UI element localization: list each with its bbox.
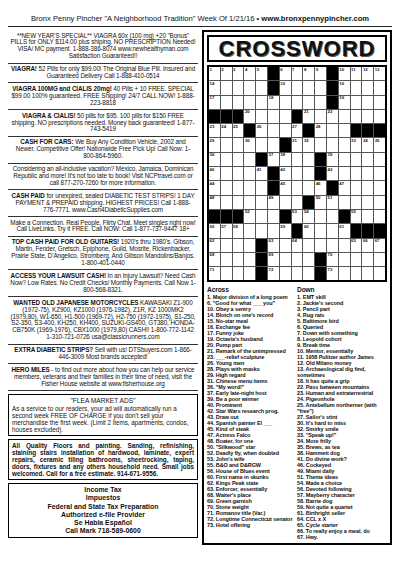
cell-r3c10 bbox=[315, 96, 326, 109]
cell-r15c8 bbox=[292, 267, 303, 280]
cell-r7c3 bbox=[233, 153, 244, 166]
black-cell-r10c9 bbox=[303, 196, 314, 209]
cell-r8c3 bbox=[233, 167, 244, 180]
cell-r8c12 bbox=[339, 167, 350, 180]
clue-number-62: 62 bbox=[210, 238, 215, 243]
cell-r5c1: 23 bbox=[209, 124, 220, 137]
classified-ad: Considering an all-inclusive vacation? M… bbox=[8, 164, 198, 191]
cell-r6c9: 32 bbox=[303, 138, 314, 151]
clue-number-50: 50 bbox=[316, 195, 321, 200]
cell-r12c3: 58 bbox=[233, 224, 244, 237]
income-tax-line: Se Habla Español bbox=[12, 519, 194, 527]
black-cell-r11c12 bbox=[339, 210, 350, 223]
cell-r3c4 bbox=[244, 96, 255, 109]
cell-r14c11: 70 bbox=[327, 253, 338, 266]
clue-number-57: 57 bbox=[221, 224, 226, 229]
cell-r13c9 bbox=[303, 239, 314, 252]
ad-lead: VIAGRA! bbox=[11, 65, 37, 72]
cell-r15c14 bbox=[362, 267, 373, 280]
flea-market-title: "FLEA MARKET ADS" bbox=[12, 397, 194, 404]
clue-number-8: 8 bbox=[304, 67, 306, 72]
cell-r8c14 bbox=[362, 167, 373, 180]
cell-r6c15: 35 bbox=[374, 138, 385, 151]
clue-number-1: 1 bbox=[210, 67, 212, 72]
cell-r4c10 bbox=[315, 110, 326, 123]
cell-r11c6 bbox=[268, 210, 279, 223]
flyer-page: Bronx Penny Pincher "A Neighborhood Trad… bbox=[0, 0, 400, 573]
crossword-clues: Across 1. Major division of a long poem6… bbox=[207, 286, 387, 540]
page-header: Bronx Penny Pincher "A Neighborhood Trad… bbox=[8, 4, 392, 27]
cell-r3c7 bbox=[280, 96, 291, 109]
flea-market-ads-box: "FLEA MARKET ADS"As a service to our rea… bbox=[8, 394, 198, 436]
cell-r14c13 bbox=[351, 253, 362, 266]
cell-r4c6 bbox=[268, 110, 279, 123]
cell-r12c1: 56 bbox=[209, 224, 220, 237]
clue-number-2: 2 bbox=[221, 67, 223, 72]
cell-r4c15 bbox=[374, 110, 385, 123]
clue-number-34: 34 bbox=[363, 138, 368, 143]
cell-r1c9: 8 bbox=[303, 67, 314, 80]
cell-r3c2 bbox=[221, 96, 232, 109]
classified-ad: CASH PAID for unexpired, sealed DIABETIC… bbox=[8, 190, 198, 217]
cell-r5c2: 24 bbox=[221, 124, 232, 137]
black-cell-r2c11 bbox=[327, 81, 338, 94]
cell-r6c13: 33 bbox=[351, 138, 362, 151]
clue-number-73: 73 bbox=[328, 267, 333, 272]
cell-r9c12: 47 bbox=[339, 181, 350, 194]
cell-r15c15 bbox=[374, 267, 385, 280]
cell-r2c1: 14 bbox=[209, 81, 220, 94]
cell-r10c4 bbox=[244, 196, 255, 209]
clue-number-32: 32 bbox=[304, 138, 309, 143]
cell-r9c2 bbox=[221, 181, 232, 194]
cell-r10c6: 49 bbox=[268, 196, 279, 209]
classified-ad: VIAGRA! 52 Pills for only $99.00! The Or… bbox=[8, 64, 198, 84]
cell-r6c4: 30 bbox=[244, 138, 255, 151]
cell-r3c5 bbox=[256, 96, 267, 109]
down-clue-67: 67. Hwy. bbox=[297, 534, 387, 540]
cell-r3c13 bbox=[351, 96, 362, 109]
clue-number-40: 40 bbox=[210, 167, 215, 172]
cell-r14c15 bbox=[374, 253, 385, 266]
across-clue-list: Across 1. Major division of a long poem6… bbox=[207, 286, 293, 540]
quality-floors-box: All Quality Floors and painting. Sanding… bbox=[8, 439, 198, 480]
black-cell-r3c11 bbox=[327, 96, 338, 109]
clue-number-35: 35 bbox=[375, 138, 380, 143]
cell-r10c13 bbox=[351, 196, 362, 209]
black-cell-r5c14 bbox=[362, 124, 373, 137]
black-cell-r8c10 bbox=[315, 167, 326, 180]
cell-r5c3: 25 bbox=[233, 124, 244, 137]
black-cell-r5c4 bbox=[244, 124, 255, 137]
clue-number-38: 38 bbox=[280, 152, 285, 157]
cell-r3c6: 18 bbox=[268, 96, 279, 109]
clue-number-71: 71 bbox=[210, 267, 215, 272]
cell-r15c12 bbox=[339, 267, 350, 280]
clue-number-29: 29 bbox=[210, 138, 215, 143]
cell-r12c12: 61 bbox=[339, 224, 350, 237]
cell-r8c9 bbox=[303, 167, 314, 180]
cell-r8c11: 43 bbox=[327, 167, 338, 180]
cell-r15c9 bbox=[303, 267, 314, 280]
cell-r10c5 bbox=[256, 196, 267, 209]
black-cell-r15c5 bbox=[256, 267, 267, 280]
cell-r14c9 bbox=[303, 253, 314, 266]
clue-number-65: 65 bbox=[351, 238, 356, 243]
cell-r3c8 bbox=[292, 96, 303, 109]
cell-r3c9 bbox=[303, 96, 314, 109]
cell-r12c6 bbox=[268, 224, 279, 237]
cell-r9c3 bbox=[233, 181, 244, 194]
cell-r13c8: 64 bbox=[292, 239, 303, 252]
cell-r9c1: 44 bbox=[209, 181, 220, 194]
clue-number-42: 42 bbox=[280, 167, 285, 172]
black-cell-r15c10 bbox=[315, 267, 326, 280]
cell-r1c5: 5 bbox=[256, 67, 267, 80]
header-url: www.bronxpennypincher.com bbox=[261, 14, 369, 23]
cell-r6c6 bbox=[268, 138, 279, 151]
black-cell-r4c3 bbox=[233, 110, 244, 123]
cell-r11c8: 53 bbox=[292, 210, 303, 223]
clue-number-69: 69 bbox=[269, 252, 274, 257]
clue-number-63: 63 bbox=[269, 238, 274, 243]
cell-r14c7 bbox=[280, 253, 291, 266]
cell-r7c2 bbox=[221, 153, 232, 166]
cell-r2c15 bbox=[374, 81, 385, 94]
clue-number-43: 43 bbox=[328, 167, 333, 172]
classified-ad: WANTED OLD JAPANESE MOTORCYCLES KAWASAKI… bbox=[8, 297, 198, 344]
cell-r8c5: 41 bbox=[256, 167, 267, 180]
black-cell-r8c6 bbox=[268, 167, 279, 180]
flea-market-text: As a service to our readers, your ad wil… bbox=[12, 405, 194, 433]
cell-r12c10 bbox=[315, 224, 326, 237]
across-header: Across bbox=[207, 287, 293, 293]
crossword-box: CROSSWORD 123456789101112131415161718192… bbox=[202, 30, 392, 545]
black-cell-r11c1 bbox=[209, 210, 220, 223]
black-cell-r11c7 bbox=[280, 210, 291, 223]
cell-r13c13: 65 bbox=[351, 239, 362, 252]
ad-lead: WANTED OLD JAPANESE MOTORCYCLES bbox=[13, 299, 138, 306]
classified-ad: TOP CASH PAID FOR OLD GUITARS! 1920's th… bbox=[8, 237, 198, 271]
cell-r15c4 bbox=[244, 267, 255, 280]
cell-r7c4 bbox=[244, 153, 255, 166]
clue-number-25: 25 bbox=[233, 124, 238, 129]
income-tax-line: Call Mark 718-589-0600 bbox=[12, 527, 194, 535]
cell-r3c14 bbox=[362, 96, 373, 109]
cell-r10c10: 50 bbox=[315, 196, 326, 209]
cell-r2c14 bbox=[362, 81, 373, 94]
cell-r14c12 bbox=[339, 253, 350, 266]
cell-r3c12: 19 bbox=[339, 96, 350, 109]
cell-r12c5 bbox=[256, 224, 267, 237]
ad-lead: HERO MILES bbox=[12, 366, 50, 373]
black-cell-r4c1 bbox=[209, 110, 220, 123]
classified-ad: HERO MILES - to find out more about how … bbox=[8, 364, 198, 391]
down-header: Down bbox=[297, 287, 387, 293]
cell-r4c14 bbox=[362, 110, 373, 123]
cell-r4c13 bbox=[351, 110, 362, 123]
classified-ad: **NEW YEAR'S SPECIAL** VIAGRA 60x (100 m… bbox=[8, 30, 198, 64]
header-text: Bronx Penny Pincher "A Neighborhood Trad… bbox=[31, 14, 261, 23]
cell-r10c12 bbox=[339, 196, 350, 209]
clue-number-59: 59 bbox=[280, 224, 285, 229]
cell-r5c11 bbox=[327, 124, 338, 137]
cell-r7c14 bbox=[362, 153, 373, 166]
clue-number-18: 18 bbox=[269, 95, 274, 100]
clue-number-13: 13 bbox=[375, 67, 380, 72]
income-tax-line: Federal and State Tax Preparation bbox=[12, 503, 194, 511]
cell-r11c4: 52 bbox=[244, 210, 255, 223]
income-tax-line: Impuestos bbox=[12, 494, 194, 502]
cell-r5c5: 26 bbox=[256, 124, 267, 137]
clue-number-51: 51 bbox=[328, 195, 333, 200]
cell-r5c12 bbox=[339, 124, 350, 137]
classified-ad: ACCESS YOUR LAWSUIT CASH! In an Injury L… bbox=[8, 270, 198, 297]
cell-r15c13 bbox=[351, 267, 362, 280]
clue-number-27: 27 bbox=[292, 124, 297, 129]
ad-lead: VIAGRA 100MG and CIALIS 20mg! bbox=[12, 85, 111, 92]
clue-number-28: 28 bbox=[316, 124, 321, 129]
clue-number-45: 45 bbox=[280, 181, 285, 186]
ad-lead: CASH PAID bbox=[12, 192, 45, 199]
clue-number-37: 37 bbox=[269, 152, 274, 157]
cell-r15c2 bbox=[221, 267, 232, 280]
cell-r8c4 bbox=[244, 167, 255, 180]
cell-r13c3 bbox=[233, 239, 244, 252]
ad-lead: ACCESS YOUR LAWSUIT CASH! bbox=[11, 272, 106, 279]
clue-number-23: 23 bbox=[210, 124, 215, 129]
cell-r7c15 bbox=[374, 153, 385, 166]
cell-r3c3 bbox=[233, 96, 244, 109]
cell-r10c8 bbox=[292, 196, 303, 209]
content-columns: **NEW YEAR'S SPECIAL** VIAGRA 60x (100 m… bbox=[8, 30, 392, 545]
down-clue-13: 13. Archaeological dig find, sometimes bbox=[297, 366, 387, 378]
cell-r1c7: 6 bbox=[280, 67, 291, 80]
cell-r6c1: 29 bbox=[209, 138, 220, 151]
crossword-title: CROSSWORD bbox=[207, 35, 387, 62]
clue-number-19: 19 bbox=[339, 95, 344, 100]
clue-number-41: 41 bbox=[257, 167, 262, 172]
cell-r1c1: 1 bbox=[209, 67, 220, 80]
clue-number-21: 21 bbox=[304, 109, 309, 114]
clue-number-9: 9 bbox=[316, 67, 318, 72]
cell-r9c13 bbox=[351, 181, 362, 194]
cell-r13c6: 63 bbox=[268, 239, 279, 252]
classified-ad: VIAGRA 100MG and CIALIS 20mg! 40 Pills +… bbox=[8, 83, 198, 110]
classified-ad: CASH FOR CARS: We Buy Any Condition Vehi… bbox=[8, 137, 198, 164]
clue-number-33: 33 bbox=[351, 138, 356, 143]
cell-r11c10 bbox=[315, 210, 326, 223]
clue-number-53: 53 bbox=[292, 209, 297, 214]
cell-r1c12: 10 bbox=[339, 67, 350, 80]
cell-r1c4: 4 bbox=[244, 67, 255, 80]
clue-number-20: 20 bbox=[245, 109, 250, 114]
clue-number-12: 12 bbox=[363, 67, 368, 72]
cell-r13c7 bbox=[280, 239, 291, 252]
cell-r3c1: 17 bbox=[209, 96, 220, 109]
classifieds-column: **NEW YEAR'S SPECIAL** VIAGRA 60x (100 m… bbox=[8, 30, 198, 538]
clue-number-70: 70 bbox=[328, 252, 333, 257]
income-tax-line: Authorized e-file Provider bbox=[12, 511, 194, 519]
black-cell-r11c3 bbox=[233, 210, 244, 223]
cell-r9c10: 46 bbox=[315, 181, 326, 194]
cell-r13c2 bbox=[221, 239, 232, 252]
cell-r11c13: 55 bbox=[351, 210, 362, 223]
black-cell-r9c6 bbox=[268, 181, 279, 194]
cell-r13c14: 66 bbox=[362, 239, 373, 252]
clue-number-30: 30 bbox=[245, 138, 250, 143]
cell-r14c2 bbox=[221, 253, 232, 266]
cell-r5c6 bbox=[268, 124, 279, 137]
ad-lead: TOP CASH PAID FOR OLD GUITARS! bbox=[12, 238, 119, 245]
cell-r9c14 bbox=[362, 181, 373, 194]
cell-r8c15 bbox=[374, 167, 385, 180]
cell-r14c8 bbox=[292, 253, 303, 266]
cell-r8c13 bbox=[351, 167, 362, 180]
cell-r4c12 bbox=[339, 110, 350, 123]
cell-r14c4 bbox=[244, 253, 255, 266]
clue-number-24: 24 bbox=[221, 124, 226, 129]
black-cell-r12c14 bbox=[362, 224, 373, 237]
clue-number-61: 61 bbox=[339, 224, 344, 229]
cell-r9c8 bbox=[292, 181, 303, 194]
cell-r1c8: 7 bbox=[292, 67, 303, 80]
cell-r7c13 bbox=[351, 153, 362, 166]
cell-r7c6: 37 bbox=[268, 153, 279, 166]
cell-r10c2 bbox=[221, 196, 232, 209]
clue-number-5: 5 bbox=[257, 67, 259, 72]
clue-number-15: 15 bbox=[280, 81, 285, 86]
cell-r14c14 bbox=[362, 253, 373, 266]
cell-r13c12 bbox=[339, 239, 350, 252]
clue-number-56: 56 bbox=[210, 224, 215, 229]
black-cell-r9c11 bbox=[327, 181, 338, 194]
clue-number-10: 10 bbox=[339, 67, 344, 72]
black-cell-r5c15 bbox=[374, 124, 385, 137]
cell-r15c3 bbox=[233, 267, 244, 280]
clue-number-22: 22 bbox=[328, 109, 333, 114]
ad-lead: CASH FOR CARS: bbox=[20, 138, 73, 145]
black-cell-r12c15 bbox=[374, 224, 385, 237]
income-tax-box: Income TaxImpuestosFederal and State Tax… bbox=[8, 483, 198, 538]
cell-r15c7 bbox=[280, 267, 291, 280]
black-cell-r12c13 bbox=[351, 224, 362, 237]
cell-r5c10: 28 bbox=[315, 124, 326, 137]
clue-number-46: 46 bbox=[316, 181, 321, 186]
clue-number-58: 58 bbox=[233, 224, 238, 229]
black-cell-r7c10 bbox=[315, 153, 326, 166]
cell-r9c5 bbox=[256, 181, 267, 194]
cell-r7c9 bbox=[303, 153, 314, 166]
black-cell-r11c2 bbox=[221, 210, 232, 223]
black-cell-r14c5 bbox=[256, 253, 267, 266]
black-cell-r6c7 bbox=[280, 138, 291, 151]
cell-r13c4 bbox=[244, 239, 255, 252]
cell-r2c3 bbox=[233, 81, 244, 94]
cell-r9c9 bbox=[303, 181, 314, 194]
cell-r15c1: 71 bbox=[209, 267, 220, 280]
cell-r15c11: 73 bbox=[327, 267, 338, 280]
cell-r11c9: 54 bbox=[303, 210, 314, 223]
classified-ad: Make a Connection. Real People, Flirty C… bbox=[8, 217, 198, 237]
cell-r10c7 bbox=[280, 196, 291, 209]
cell-r9c7: 45 bbox=[280, 181, 291, 194]
cell-r12c9: 60 bbox=[303, 224, 314, 237]
clue-number-7: 7 bbox=[292, 67, 294, 72]
cell-r1c13: 11 bbox=[351, 67, 362, 80]
clue-number-31: 31 bbox=[292, 138, 297, 143]
cell-r7c11: 39 bbox=[327, 153, 338, 166]
cell-r10c11: 51 bbox=[327, 196, 338, 209]
clue-number-39: 39 bbox=[328, 152, 333, 157]
black-cell-r4c2 bbox=[221, 110, 232, 123]
black-cell-r2c6 bbox=[268, 81, 279, 94]
cell-r2c9 bbox=[303, 81, 314, 94]
clue-number-6: 6 bbox=[280, 67, 282, 72]
cell-r6c14: 34 bbox=[362, 138, 373, 151]
cell-r6c3 bbox=[233, 138, 244, 151]
clue-number-3: 3 bbox=[233, 67, 235, 72]
cell-r10c14 bbox=[362, 196, 373, 209]
cell-r13c11 bbox=[327, 239, 338, 252]
cell-r6c8: 31 bbox=[292, 138, 303, 151]
clue-number-67: 67 bbox=[375, 238, 380, 243]
clue-number-44: 44 bbox=[210, 181, 215, 186]
cell-r2c8 bbox=[292, 81, 303, 94]
cell-r1c15: 13 bbox=[374, 67, 385, 80]
cell-r8c2 bbox=[221, 167, 232, 180]
cell-r15c6: 72 bbox=[268, 267, 279, 280]
clue-number-52: 52 bbox=[245, 209, 250, 214]
clue-number-66: 66 bbox=[363, 238, 368, 243]
cell-r4c7 bbox=[280, 110, 291, 123]
clue-number-17: 17 bbox=[210, 95, 215, 100]
cell-r9c15 bbox=[374, 181, 385, 194]
cell-r2c10 bbox=[315, 81, 326, 94]
crossword-grid: 1234567891011121314151617181920212223242… bbox=[207, 65, 387, 282]
clue-number-64: 64 bbox=[292, 238, 297, 243]
cell-r7c1: 36 bbox=[209, 153, 220, 166]
cell-r6c2 bbox=[221, 138, 232, 151]
cell-r8c8 bbox=[292, 167, 303, 180]
cell-r7c7: 38 bbox=[280, 153, 291, 166]
cell-r11c15 bbox=[374, 210, 385, 223]
cell-r8c7: 42 bbox=[280, 167, 291, 180]
cell-r4c5 bbox=[256, 110, 267, 123]
clue-number-16: 16 bbox=[339, 81, 344, 86]
black-cell-r7c5 bbox=[256, 153, 267, 166]
cell-r13c1: 62 bbox=[209, 239, 220, 252]
cell-r2c5 bbox=[256, 81, 267, 94]
clue-number-11: 11 bbox=[351, 67, 356, 72]
cell-r14c6: 69 bbox=[268, 253, 279, 266]
cell-r13c15: 67 bbox=[374, 239, 385, 252]
cell-r4c9: 21 bbox=[303, 110, 314, 123]
clue-number-60: 60 bbox=[304, 224, 309, 229]
black-cell-r13c5 bbox=[256, 239, 267, 252]
down-clue-list: Down 1. EMT skill2. Jackie's second3. Pe… bbox=[297, 286, 387, 540]
ad-lead: EXTRA DIABETIC STRIPS? bbox=[14, 346, 93, 353]
cell-r4c11: 22 bbox=[327, 110, 338, 123]
cell-r1c14: 12 bbox=[362, 67, 373, 80]
cell-r12c11 bbox=[327, 224, 338, 237]
cell-r2c12: 16 bbox=[339, 81, 350, 94]
cell-r14c1: 68 bbox=[209, 253, 220, 266]
cell-r10c3 bbox=[233, 196, 244, 209]
classified-ad: EXTRA DIABETIC STRIPS? Sell with us! DTS… bbox=[8, 345, 198, 365]
cell-r1c3: 3 bbox=[233, 67, 244, 80]
cell-r2c4 bbox=[244, 81, 255, 94]
